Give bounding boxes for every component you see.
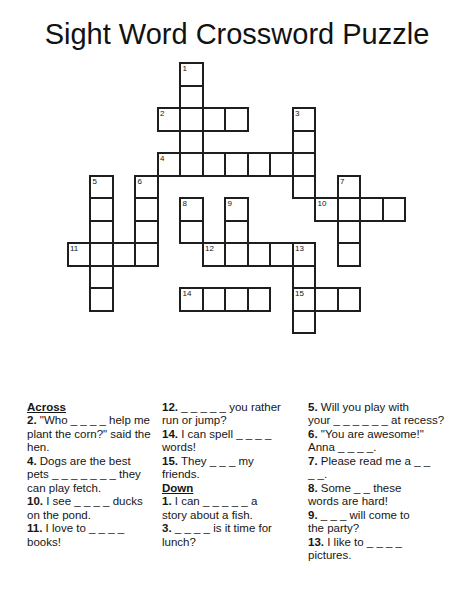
clue-3: 3. _ _ _ _ is it time for lunch? (162, 522, 314, 549)
cell-number-5: 5 (93, 177, 97, 186)
grid-cell-r10c1[interactable] (89, 287, 114, 312)
cell-number-15: 15 (295, 289, 304, 298)
clue-text: I see _ _ _ _ ducks on the pond. (27, 495, 143, 520)
worksheet-page: Sight Word Crossword Puzzle 123456789101… (0, 0, 474, 613)
grid-cell-r4c9[interactable] (269, 152, 294, 177)
clue-number: 11. (27, 522, 42, 534)
grid-cell-r6c14[interactable] (382, 197, 407, 222)
grid-cell-r5c3[interactable]: 6 (134, 175, 159, 200)
clues-header-down: Down (162, 482, 314, 495)
clue-number: 5. (308, 401, 318, 413)
cell-number-8: 8 (183, 199, 187, 208)
grid-cell-r10c10[interactable]: 15 (292, 287, 317, 312)
cell-number-11: 11 (70, 244, 78, 253)
grid-cell-r10c12[interactable] (337, 287, 362, 312)
clue-text: _ _ _ _ is it time for lunch? (162, 522, 272, 547)
grid-cell-r0c5[interactable]: 1 (179, 62, 204, 87)
grid-cell-r8c3[interactable] (134, 242, 159, 267)
clue-number: 9. (308, 509, 318, 521)
clue-text: I can _ _ _ _ _ a story about a fish. (162, 495, 257, 520)
clue-14: 14. I can spell _ _ _ _ words! (162, 428, 314, 455)
grid-cell-r2c5[interactable] (179, 107, 204, 132)
grid-cell-r6c11[interactable]: 10 (314, 197, 339, 222)
cell-number-13: 13 (295, 244, 304, 253)
clue-11: 11. I love to _ _ _ _ books! (27, 522, 177, 549)
grid-cell-r10c5[interactable]: 14 (179, 287, 204, 312)
grid-cell-r2c4[interactable]: 2 (157, 107, 182, 132)
grid-cell-r3c5[interactable] (179, 130, 204, 155)
clue-number: 1. (162, 495, 172, 507)
cell-number-9: 9 (228, 199, 232, 208)
grid-cell-r8c0[interactable]: 11 (67, 242, 92, 267)
clue-number: 6. (308, 428, 318, 440)
grid-cell-r5c1[interactable]: 5 (89, 175, 114, 200)
grid-cell-r2c10[interactable]: 3 (292, 107, 317, 132)
clue-7: 7. Please read me a _ _ _ _. (308, 455, 470, 482)
grid-cell-r7c7[interactable] (224, 220, 249, 245)
grid-cell-r5c12[interactable]: 7 (337, 175, 362, 200)
clue-text: "You are awesome!" Anna _ _ _ _. (308, 428, 424, 453)
grid-cell-r4c8[interactable] (247, 152, 272, 177)
clue-4: 4. Dogs are the best pets _ _ _ _ _ _ _ … (27, 455, 177, 495)
clue-number: 15. (162, 455, 178, 467)
grid-cell-r10c7[interactable] (224, 287, 249, 312)
grid-cell-r3c10[interactable] (292, 130, 317, 155)
grid-cell-r8c8[interactable] (247, 242, 272, 267)
grid-cell-r6c13[interactable] (359, 197, 384, 222)
grid-cell-r8c2[interactable] (112, 242, 137, 267)
grid-cell-r7c12[interactable] (337, 220, 362, 245)
clue-text: Will you play with your _ _ _ _ _ _ at r… (308, 401, 444, 426)
grid-cell-r4c4[interactable]: 4 (157, 152, 182, 177)
clue-6: 6. "You are awesome!" Anna _ _ _ _. (308, 428, 470, 455)
clue-number: 8. (308, 482, 318, 494)
clue-text: Please read me a _ _ _ _. (308, 455, 430, 480)
grid-cell-r8c10[interactable]: 13 (292, 242, 317, 267)
grid-cell-r1c5[interactable] (179, 85, 204, 110)
clue-text: Dogs are the best pets _ _ _ _ _ _ _ the… (27, 455, 141, 494)
grid-cell-r7c5[interactable] (179, 220, 204, 245)
grid-cell-r4c10[interactable] (292, 152, 317, 177)
crossword-grid: 123456789101112131415 (0, 0, 474, 360)
grid-cell-r11c10[interactable] (292, 310, 317, 335)
cell-number-3: 3 (295, 109, 299, 118)
clues-column-left: Across2. "Who _ _ _ _ help me plant the … (27, 401, 177, 549)
clue-number: 14. (162, 428, 178, 440)
grid-cell-r8c12[interactable] (337, 242, 362, 267)
grid-cell-r10c11[interactable] (314, 287, 339, 312)
grid-cell-r6c12[interactable] (337, 197, 362, 222)
clue-15: 15. They _ _ _ my friends. (162, 455, 314, 482)
grid-cell-r7c1[interactable] (89, 220, 114, 245)
cell-number-6: 6 (138, 177, 142, 186)
grid-cell-r9c10[interactable] (292, 265, 317, 290)
clue-9: 9. _ _ _ will come to the party? (308, 509, 470, 536)
clue-text: _ _ _ will come to the party? (308, 509, 410, 534)
clue-number: 13. (308, 536, 324, 548)
clue-8: 8. Some _ _ these words are hard! (308, 482, 470, 509)
cell-number-12: 12 (205, 244, 214, 253)
clue-10: 10. I see _ _ _ _ ducks on the pond. (27, 495, 177, 522)
cell-number-4: 4 (160, 154, 164, 163)
grid-cell-r8c6[interactable]: 12 (202, 242, 227, 267)
grid-cell-r8c1[interactable] (89, 242, 114, 267)
grid-cell-r10c6[interactable] (202, 287, 227, 312)
grid-cell-r2c6[interactable] (202, 107, 227, 132)
grid-cell-r6c5[interactable]: 8 (179, 197, 204, 222)
clue-number: 10. (27, 495, 43, 507)
clue-12: 12. _ _ _ _ _ you rather run or jump? (162, 401, 314, 428)
grid-cell-r4c7[interactable] (224, 152, 249, 177)
clue-text: "Who _ _ _ _ help me plant the corn?" sa… (27, 414, 151, 453)
clue-2: 2. "Who _ _ _ _ help me plant the corn?"… (27, 414, 177, 454)
grid-cell-r7c3[interactable] (134, 220, 159, 245)
clue-5: 5. Will you play with your _ _ _ _ _ _ a… (308, 401, 470, 428)
clue-13: 13. I like to _ _ _ _ pictures. (308, 536, 470, 563)
clue-text: _ _ _ _ _ you rather run or jump? (162, 401, 281, 426)
cell-number-1: 1 (183, 64, 187, 73)
clue-number: 4. (27, 455, 37, 467)
clues-column-right: 5. Will you play with your _ _ _ _ _ _ a… (308, 401, 470, 562)
grid-cell-r6c3[interactable] (134, 197, 159, 222)
clue-number: 2. (27, 414, 37, 426)
clue-text: I can spell _ _ _ _ words! (162, 428, 271, 453)
grid-cell-r8c9[interactable] (269, 242, 294, 267)
clue-number: 7. (308, 455, 318, 467)
grid-cell-r10c8[interactable] (247, 287, 272, 312)
grid-cell-r9c1[interactable] (89, 265, 114, 290)
clues-header-across: Across (27, 401, 177, 414)
cell-number-14: 14 (183, 289, 192, 298)
grid-cell-r4c6[interactable] (202, 152, 227, 177)
clue-number: 12. (162, 401, 178, 413)
clue-text: Some _ _ these words are hard! (308, 482, 401, 507)
grid-cell-r6c1[interactable] (89, 197, 114, 222)
grid-cell-r6c7[interactable]: 9 (224, 197, 249, 222)
grid-cell-r5c10[interactable] (292, 175, 317, 200)
grid-cell-r4c5[interactable] (179, 152, 204, 177)
clue-1: 1. I can _ _ _ _ _ a story about a fish. (162, 495, 314, 522)
cell-number-10: 10 (318, 199, 327, 208)
clue-number: 3. (162, 522, 172, 534)
cell-number-2: 2 (160, 109, 164, 118)
grid-cell-r2c7[interactable] (224, 107, 249, 132)
cell-number-7: 7 (340, 177, 344, 186)
clues-column-middle: 12. _ _ _ _ _ you rather run or jump?14.… (162, 401, 314, 549)
grid-cell-r8c7[interactable] (224, 242, 249, 267)
clue-text: I love to _ _ _ _ books! (27, 522, 124, 547)
